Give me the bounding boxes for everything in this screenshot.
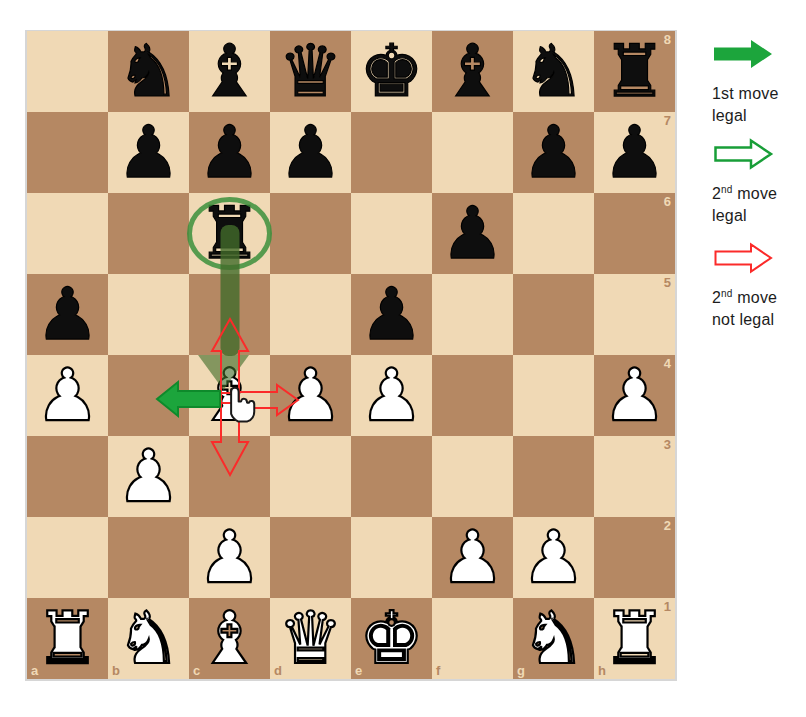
rank-label-4: 4: [664, 357, 671, 370]
square-f3[interactable]: [432, 436, 513, 517]
square-c8[interactable]: ♝: [189, 31, 270, 112]
outline-red-arrow-icon: [714, 242, 774, 274]
page: { "game": "chess", "position": { "fen": …: [0, 0, 806, 717]
square-f1[interactable]: f: [432, 598, 513, 679]
black-pawn-b7[interactable]: ♟: [108, 112, 189, 193]
square-a6[interactable]: [27, 193, 108, 274]
black-bishop-c8[interactable]: ♝: [189, 31, 270, 112]
square-d4[interactable]: ♟: [270, 355, 351, 436]
white-knight-g1[interactable]: ♞: [513, 598, 594, 679]
white-king-e1[interactable]: ♚: [351, 598, 432, 679]
rank-label-6: 6: [664, 195, 671, 208]
black-king-e8[interactable]: ♚: [351, 31, 432, 112]
rank-label-2: 2: [664, 519, 671, 532]
white-pawn-d4[interactable]: ♟: [270, 355, 351, 436]
white-rook-a1[interactable]: ♜: [27, 598, 108, 679]
square-c4[interactable]: ♝: [189, 355, 270, 436]
square-c1[interactable]: ♝c: [189, 598, 270, 679]
legend-item-1st-move-legal: 1st move legal: [712, 38, 806, 127]
white-bishop-c4[interactable]: ♝: [189, 355, 270, 436]
square-a1[interactable]: ♜a: [27, 598, 108, 679]
file-label-d: d: [274, 664, 282, 677]
square-e6[interactable]: [351, 193, 432, 274]
black-rook-c6[interactable]: ♜: [189, 193, 270, 274]
square-a7[interactable]: [27, 112, 108, 193]
square-g2[interactable]: ♟: [513, 517, 594, 598]
square-c6[interactable]: ♜: [189, 193, 270, 274]
square-g8[interactable]: ♞: [513, 31, 594, 112]
square-a5[interactable]: ♟: [27, 274, 108, 355]
square-g7[interactable]: ♟: [513, 112, 594, 193]
square-h6[interactable]: 6: [594, 193, 675, 274]
square-d3[interactable]: [270, 436, 351, 517]
file-label-c: c: [193, 664, 200, 677]
square-a8[interactable]: [27, 31, 108, 112]
square-e1[interactable]: ♚e: [351, 598, 432, 679]
square-c3[interactable]: [189, 436, 270, 517]
black-queen-d8[interactable]: ♛: [270, 31, 351, 112]
white-queen-d1[interactable]: ♛: [270, 598, 351, 679]
square-b7[interactable]: ♟: [108, 112, 189, 193]
square-f2[interactable]: ♟: [432, 517, 513, 598]
rank-label-7: 7: [664, 114, 671, 127]
square-b5[interactable]: [108, 274, 189, 355]
legend-label: 2nd move: [712, 183, 806, 205]
square-b3[interactable]: ♟: [108, 436, 189, 517]
black-pawn-c7[interactable]: ♟: [189, 112, 270, 193]
rank-label-5: 5: [664, 276, 671, 289]
rank-label-3: 3: [664, 438, 671, 451]
rank-label-1: 1: [664, 600, 671, 613]
square-f7[interactable]: [432, 112, 513, 193]
square-e4[interactable]: ♟: [351, 355, 432, 436]
white-knight-b1[interactable]: ♞: [108, 598, 189, 679]
square-f8[interactable]: ♝: [432, 31, 513, 112]
square-e5[interactable]: ♟: [351, 274, 432, 355]
legend-label: legal: [712, 205, 806, 227]
square-d1[interactable]: ♛d: [270, 598, 351, 679]
legend-label: 2nd move: [712, 287, 806, 309]
file-label-e: e: [355, 664, 362, 677]
white-pawn-b3[interactable]: ♟: [108, 436, 189, 517]
square-b1[interactable]: ♞b: [108, 598, 189, 679]
square-b2[interactable]: [108, 517, 189, 598]
legend-label: 1st move: [712, 83, 806, 105]
legend-item-2nd-move-legal: 2nd move legal: [712, 138, 806, 227]
square-d6[interactable]: [270, 193, 351, 274]
legend-label: not legal: [712, 309, 806, 331]
file-label-h: h: [598, 664, 606, 677]
square-d5[interactable]: [270, 274, 351, 355]
square-d8[interactable]: ♛: [270, 31, 351, 112]
square-b4[interactable]: [108, 355, 189, 436]
file-label-f: f: [436, 664, 440, 677]
square-e8[interactable]: ♚: [351, 31, 432, 112]
black-bishop-f8[interactable]: ♝: [432, 31, 513, 112]
chess-board[interactable]: ♞♝♛♚♝♞♜8♟♟♟♟♟7♜♟6♟♟5♟♝♟♟♟4♟3♟♟♟2♜a♞b♝c♛d…: [25, 30, 677, 681]
square-f4[interactable]: [432, 355, 513, 436]
square-a2[interactable]: [27, 517, 108, 598]
square-c5[interactable]: [189, 274, 270, 355]
square-b8[interactable]: ♞: [108, 31, 189, 112]
square-e7[interactable]: [351, 112, 432, 193]
black-knight-g8[interactable]: ♞: [513, 31, 594, 112]
square-d7[interactable]: ♟: [270, 112, 351, 193]
outline-green-arrow-icon: [714, 138, 774, 170]
white-pawn-c2[interactable]: ♟: [189, 517, 270, 598]
square-h4[interactable]: ♟4: [594, 355, 675, 436]
white-pawn-f2[interactable]: ♟: [432, 517, 513, 598]
square-h7[interactable]: ♟7: [594, 112, 675, 193]
square-e2[interactable]: [351, 517, 432, 598]
square-h2[interactable]: 2: [594, 517, 675, 598]
black-pawn-f6[interactable]: ♟: [432, 193, 513, 274]
square-g4[interactable]: [513, 355, 594, 436]
square-c7[interactable]: ♟: [189, 112, 270, 193]
rank-label-8: 8: [664, 33, 671, 46]
file-label-a: a: [31, 664, 38, 677]
white-pawn-e4[interactable]: ♟: [351, 355, 432, 436]
square-h1[interactable]: ♜1h: [594, 598, 675, 679]
legend-item-2nd-move-not-legal: 2nd move not legal: [712, 242, 806, 331]
square-h5[interactable]: 5: [594, 274, 675, 355]
square-h8[interactable]: ♜8: [594, 31, 675, 112]
square-a3[interactable]: [27, 436, 108, 517]
square-f6[interactable]: ♟: [432, 193, 513, 274]
square-e3[interactable]: [351, 436, 432, 517]
solid-green-arrow-icon: [714, 38, 774, 70]
black-pawn-e5[interactable]: ♟: [351, 274, 432, 355]
white-pawn-g2[interactable]: ♟: [513, 517, 594, 598]
file-label-g: g: [517, 664, 525, 677]
white-pawn-a4[interactable]: ♟: [27, 355, 108, 436]
square-c2[interactable]: ♟: [189, 517, 270, 598]
square-a4[interactable]: ♟: [27, 355, 108, 436]
black-pawn-g7[interactable]: ♟: [513, 112, 594, 193]
square-b6[interactable]: [108, 193, 189, 274]
file-label-b: b: [112, 664, 120, 677]
square-h3[interactable]: 3: [594, 436, 675, 517]
square-g3[interactable]: [513, 436, 594, 517]
white-bishop-c1[interactable]: ♝: [189, 598, 270, 679]
black-pawn-d7[interactable]: ♟: [270, 112, 351, 193]
square-g1[interactable]: ♞g: [513, 598, 594, 679]
square-d2[interactable]: [270, 517, 351, 598]
square-f5[interactable]: [432, 274, 513, 355]
black-pawn-a5[interactable]: ♟: [27, 274, 108, 355]
black-knight-b8[interactable]: ♞: [108, 31, 189, 112]
legend-label: legal: [712, 105, 806, 127]
square-g6[interactable]: [513, 193, 594, 274]
square-g5[interactable]: [513, 274, 594, 355]
